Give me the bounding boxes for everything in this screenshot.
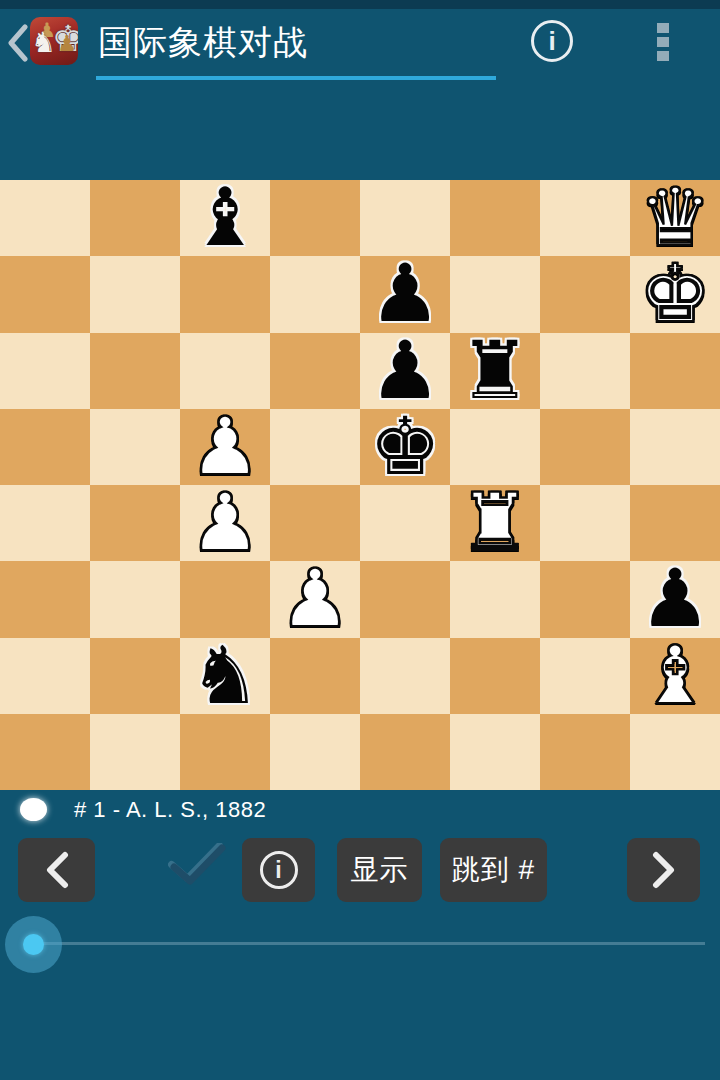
square-e1[interactable] — [360, 714, 450, 790]
jump-to-number-button[interactable]: 跳到 # — [440, 838, 547, 902]
previous-move-button[interactable] — [18, 838, 95, 902]
square-d8[interactable] — [270, 180, 360, 256]
square-f6[interactable]: ♜ — [450, 333, 540, 409]
app-launcher-icon[interactable]: ♟ ♚ ♞ ♟ — [30, 17, 78, 65]
jump-button-label: 跳到 # — [452, 851, 535, 889]
square-c7[interactable] — [180, 256, 270, 332]
square-a7[interactable] — [0, 256, 90, 332]
black-pawn-piece[interactable]: ♟ — [369, 257, 441, 331]
square-a3[interactable] — [0, 561, 90, 637]
square-f3[interactable] — [450, 561, 540, 637]
white-rook-piece[interactable]: ♜ — [459, 486, 531, 560]
square-b2[interactable] — [90, 638, 180, 714]
menu-square — [657, 23, 669, 33]
square-d6[interactable] — [270, 333, 360, 409]
white-to-move-indicator — [20, 798, 47, 821]
back-chevron-icon[interactable] — [6, 24, 30, 62]
square-c4[interactable]: ♟ — [180, 485, 270, 561]
square-e6[interactable]: ♟ — [360, 333, 450, 409]
overflow-menu-icon[interactable] — [657, 23, 669, 65]
info-i-glyph: i — [275, 857, 281, 884]
square-h8[interactable]: ♛ — [630, 180, 720, 256]
square-h4[interactable] — [630, 485, 720, 561]
square-d1[interactable] — [270, 714, 360, 790]
square-b3[interactable] — [90, 561, 180, 637]
square-e7[interactable]: ♟ — [360, 256, 450, 332]
square-g6[interactable] — [540, 333, 630, 409]
square-c8[interactable]: ♝ — [180, 180, 270, 256]
menu-square — [657, 37, 669, 47]
square-e8[interactable] — [360, 180, 450, 256]
square-a2[interactable] — [0, 638, 90, 714]
square-b8[interactable] — [90, 180, 180, 256]
square-e3[interactable] — [360, 561, 450, 637]
square-e5[interactable]: ♚ — [360, 409, 450, 485]
white-pawn-piece[interactable]: ♟ — [189, 486, 261, 560]
checkmark-icon — [168, 843, 228, 889]
white-bishop-piece[interactable]: ♝ — [639, 639, 711, 713]
square-b4[interactable] — [90, 485, 180, 561]
menu-square — [657, 51, 669, 61]
chevron-left-icon — [44, 851, 70, 889]
square-d5[interactable] — [270, 409, 360, 485]
black-bishop-piece[interactable]: ♝ — [189, 181, 261, 255]
square-g7[interactable] — [540, 256, 630, 332]
header-info-icon[interactable]: i — [531, 20, 573, 62]
page-title: 国际象棋对战 — [98, 20, 308, 66]
square-h2[interactable]: ♝ — [630, 638, 720, 714]
square-h6[interactable] — [630, 333, 720, 409]
square-b5[interactable] — [90, 409, 180, 485]
square-h1[interactable] — [630, 714, 720, 790]
show-button[interactable]: 显示 — [337, 838, 422, 902]
square-a4[interactable] — [0, 485, 90, 561]
square-e2[interactable] — [360, 638, 450, 714]
square-b6[interactable] — [90, 333, 180, 409]
icon-knight-glyph: ♞ — [31, 29, 56, 57]
square-a5[interactable] — [0, 409, 90, 485]
black-rook-piece[interactable]: ♜ — [459, 334, 531, 408]
square-c5[interactable]: ♟ — [180, 409, 270, 485]
move-slider-track[interactable] — [33, 942, 705, 945]
show-button-label: 显示 — [351, 851, 409, 889]
white-king-piece[interactable]: ♚ — [639, 257, 711, 331]
icon-pawn2-glyph: ♟ — [57, 33, 77, 55]
square-f5[interactable] — [450, 409, 540, 485]
square-g5[interactable] — [540, 409, 630, 485]
square-d2[interactable] — [270, 638, 360, 714]
chess-app-screen: ♟ ♚ ♞ ♟ 国际象棋对战 i ♝♛♟♚♟♜♟♚♟♜♟♟♞♝ # 1 - A.… — [0, 0, 720, 1080]
chevron-right-icon — [651, 851, 677, 889]
black-pawn-piece[interactable]: ♟ — [639, 562, 711, 636]
white-pawn-piece[interactable]: ♟ — [189, 410, 261, 484]
chess-board[interactable]: ♝♛♟♚♟♜♟♚♟♜♟♟♞♝ — [0, 180, 720, 790]
square-g8[interactable] — [540, 180, 630, 256]
square-a1[interactable] — [0, 714, 90, 790]
info-circle-icon: i — [260, 851, 298, 889]
info-button[interactable]: i — [242, 838, 315, 902]
black-pawn-piece[interactable]: ♟ — [369, 334, 441, 408]
status-bar — [0, 0, 720, 9]
move-slider-thumb[interactable] — [23, 934, 44, 955]
square-f4[interactable]: ♜ — [450, 485, 540, 561]
square-c6[interactable] — [180, 333, 270, 409]
black-king-piece[interactable]: ♚ — [369, 410, 441, 484]
square-d3[interactable]: ♟ — [270, 561, 360, 637]
square-f7[interactable] — [450, 256, 540, 332]
square-c2[interactable]: ♞ — [180, 638, 270, 714]
square-g3[interactable] — [540, 561, 630, 637]
square-f2[interactable] — [450, 638, 540, 714]
white-queen-piece[interactable]: ♛ — [639, 181, 711, 255]
black-knight-piece[interactable]: ♞ — [189, 639, 261, 713]
square-h3[interactable]: ♟ — [630, 561, 720, 637]
square-g2[interactable] — [540, 638, 630, 714]
square-f8[interactable] — [450, 180, 540, 256]
square-g1[interactable] — [540, 714, 630, 790]
square-h5[interactable] — [630, 409, 720, 485]
next-move-button[interactable] — [627, 838, 700, 902]
square-c3[interactable] — [180, 561, 270, 637]
white-pawn-piece[interactable]: ♟ — [279, 562, 351, 636]
square-e4[interactable] — [360, 485, 450, 561]
square-a6[interactable] — [0, 333, 90, 409]
info-i-glyph: i — [548, 26, 555, 57]
square-d4[interactable] — [270, 485, 360, 561]
square-g4[interactable] — [540, 485, 630, 561]
title-underline — [96, 76, 496, 80]
square-a8[interactable] — [0, 180, 90, 256]
puzzle-title: # 1 - A. L. S., 1882 — [74, 797, 266, 823]
square-b7[interactable] — [90, 256, 180, 332]
square-h7[interactable]: ♚ — [630, 256, 720, 332]
square-c1[interactable] — [180, 714, 270, 790]
square-b1[interactable] — [90, 714, 180, 790]
square-f1[interactable] — [450, 714, 540, 790]
square-d7[interactable] — [270, 256, 360, 332]
